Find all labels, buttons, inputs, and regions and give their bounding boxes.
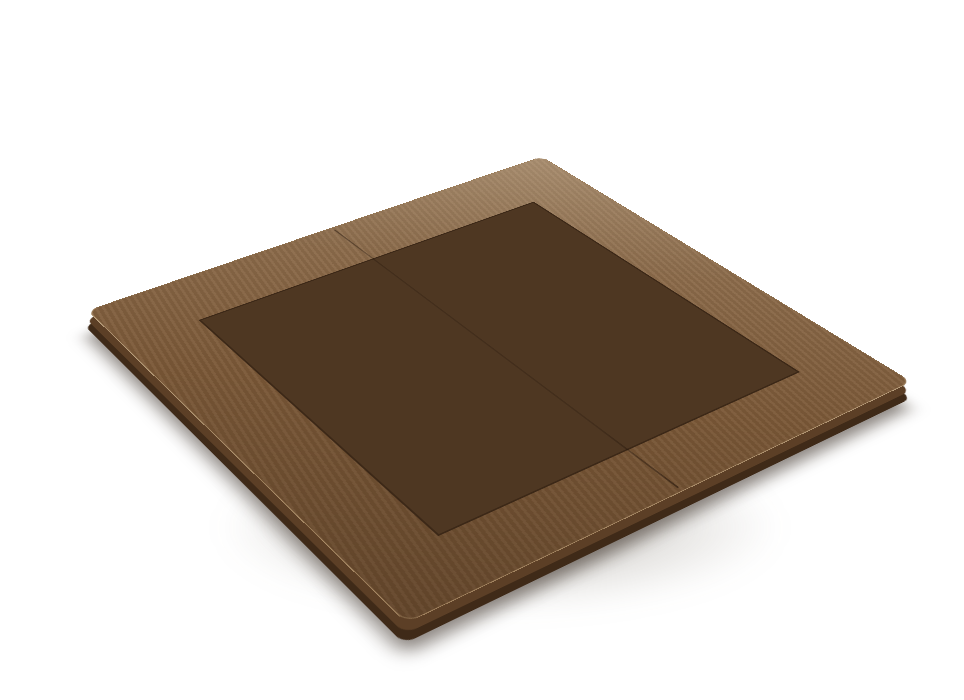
scene [0,0,964,700]
board-field [201,203,797,534]
chess-box [87,156,912,623]
product-photo-stage [0,0,964,700]
box-top-surface [87,156,912,623]
